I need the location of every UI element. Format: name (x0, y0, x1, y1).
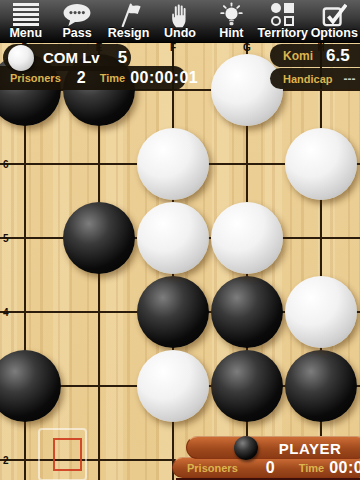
territory-button[interactable]: Territory (257, 0, 308, 42)
handicap-label: Handicap (283, 73, 333, 85)
resign-button-label: Resign (108, 27, 150, 40)
territory-button-label: Territory (258, 27, 308, 40)
white-stone-H6 (285, 128, 357, 200)
menu-icon (13, 2, 39, 27)
hand-icon (168, 2, 192, 27)
handicap-pill: Handicap --- (270, 68, 360, 89)
checkbox-check-icon (322, 2, 347, 27)
toolbar: Menu Pass Resign (0, 0, 360, 43)
col-label-G: G (243, 42, 251, 53)
lightbulb-icon (218, 2, 245, 27)
undo-button-label: Undo (164, 27, 196, 40)
handicap-value: --- (344, 72, 356, 86)
hint-button[interactable]: Hint (206, 0, 257, 42)
white-stone-G5 (211, 202, 283, 274)
black-stone-G3 (211, 350, 283, 422)
black-stone-D3 (0, 350, 61, 422)
resign-button[interactable]: Resign (103, 0, 154, 42)
black-stone-F4 (137, 276, 209, 348)
row-label-2: 2 (3, 455, 9, 466)
com-level-value: 5 (118, 48, 127, 68)
row-label-4: 4 (3, 307, 9, 318)
pass-button-label: Pass (63, 27, 92, 40)
com-prisoners-label: Prisoners (10, 72, 61, 84)
white-stone-F5 (137, 202, 209, 274)
black-stone-G4 (211, 276, 283, 348)
com-time-value: 00:00:01 (130, 69, 198, 87)
white-stone-H4 (285, 276, 357, 348)
undo-button[interactable]: Undo (154, 0, 205, 42)
col-label-F: F (170, 42, 176, 53)
komi-label: Komi (283, 49, 313, 63)
player-prisoners-value: 0 (266, 459, 275, 477)
player-stats-pill: Prisoners 0 Time 00:00:06 (172, 457, 360, 478)
com-prisoners-value: 2 (77, 69, 86, 87)
black-stone-icon (234, 436, 258, 460)
com-label: COM Lv (43, 49, 100, 66)
options-button-label: Options (311, 27, 358, 40)
speech-bubble-icon (62, 2, 92, 27)
board-minimap (38, 428, 87, 480)
komi-pill: Komi 6.5 (270, 44, 360, 67)
black-stone-E5 (63, 202, 135, 274)
com-time-label: Time (100, 72, 125, 84)
white-stone-F6 (137, 128, 209, 200)
player-prisoners-label: Prisoners (187, 462, 238, 474)
player-time-value: 00:00:06 (329, 459, 360, 477)
row-label-5: 5 (3, 233, 9, 244)
minimap-viewport-box[interactable] (53, 438, 82, 471)
white-stone-icon (8, 45, 34, 71)
player-time-label: Time (299, 462, 324, 474)
player-pill: PLAYER (186, 436, 360, 459)
row-label-6: 6 (3, 159, 9, 170)
menu-button[interactable]: Menu (0, 0, 51, 42)
options-button[interactable]: Options (309, 0, 360, 42)
black-stone-H3 (285, 350, 357, 422)
player-name: PLAYER (267, 440, 353, 457)
menu-button-label: Menu (9, 27, 42, 40)
territory-shapes-icon (271, 2, 294, 27)
komi-value: 6.5 (326, 46, 350, 66)
flag-icon (114, 2, 144, 27)
hint-button-label: Hint (219, 27, 243, 40)
com-player-pill: COM Lv 5 (3, 44, 131, 71)
white-stone-G7 (211, 54, 283, 126)
white-stone-F3 (137, 350, 209, 422)
go-app-screen: DEFGH765432 Menu Pass Re (0, 0, 360, 480)
pass-button[interactable]: Pass (51, 0, 102, 42)
